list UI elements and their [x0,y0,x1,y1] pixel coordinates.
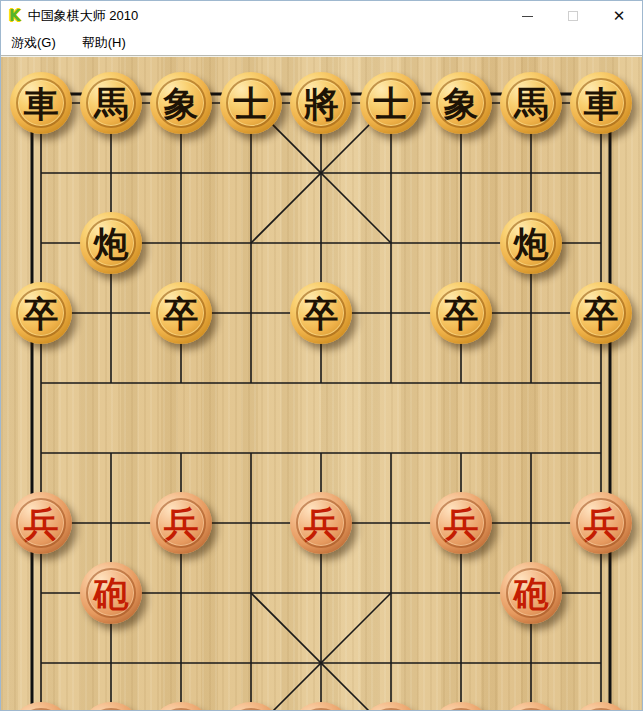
piece-black-卒-f3r4[interactable]: 卒 [150,282,212,344]
piece-black-炮-f8r3[interactable]: 炮 [500,212,562,274]
menu-item-help[interactable]: 帮助(H) [80,32,128,54]
maximize-icon [568,11,578,21]
close-button[interactable]: ✕ [596,1,642,31]
piece-black-卒-f1r4[interactable]: 卒 [10,282,72,344]
app-logo-icon: K [9,7,21,25]
piece-red-兵-f5r7[interactable]: 兵 [290,492,352,554]
piece-black-將-f5r1[interactable]: 將 [290,72,352,134]
piece-red-砲-f2r8[interactable]: 砲 [80,562,142,624]
xiangqi-board[interactable]: 車馬象士將士象馬車炮炮卒卒卒卒卒兵兵兵兵兵砲砲車馬相仕帥仕相馬車 [1,56,642,710]
minimize-icon [522,16,533,17]
window-controls: ✕ [504,1,642,31]
piece-black-卒-f7r4[interactable]: 卒 [430,282,492,344]
piece-red-兵-f3r7[interactable]: 兵 [150,492,212,554]
app-window: K 中国象棋大师 2010 ✕ 游戏(G) 帮助(H) 車馬象士將士象馬車炮炮卒… [0,0,643,711]
piece-black-車-f9r1[interactable]: 車 [570,72,632,134]
piece-black-馬-f2r1[interactable]: 馬 [80,72,142,134]
menu-item-game[interactable]: 游戏(G) [9,32,58,54]
piece-black-馬-f8r1[interactable]: 馬 [500,72,562,134]
minimize-button[interactable] [504,1,550,31]
window-title: 中国象棋大师 2010 [28,7,139,25]
piece-red-兵-f1r7[interactable]: 兵 [10,492,72,554]
maximize-button[interactable] [550,1,596,31]
piece-black-士-f6r1[interactable]: 士 [360,72,422,134]
piece-black-士-f4r1[interactable]: 士 [220,72,282,134]
piece-black-車-f1r1[interactable]: 車 [10,72,72,134]
piece-red-兵-f7r7[interactable]: 兵 [430,492,492,554]
piece-black-象-f7r1[interactable]: 象 [430,72,492,134]
close-icon: ✕ [613,7,626,25]
piece-red-兵-f9r7[interactable]: 兵 [570,492,632,554]
title-bar: K 中国象棋大师 2010 ✕ [1,1,642,31]
piece-black-炮-f2r3[interactable]: 炮 [80,212,142,274]
menu-bar: 游戏(G) 帮助(H) [1,31,642,56]
piece-black-卒-f5r4[interactable]: 卒 [290,282,352,344]
piece-red-砲-f8r8[interactable]: 砲 [500,562,562,624]
piece-black-象-f3r1[interactable]: 象 [150,72,212,134]
piece-black-卒-f9r4[interactable]: 卒 [570,282,632,344]
